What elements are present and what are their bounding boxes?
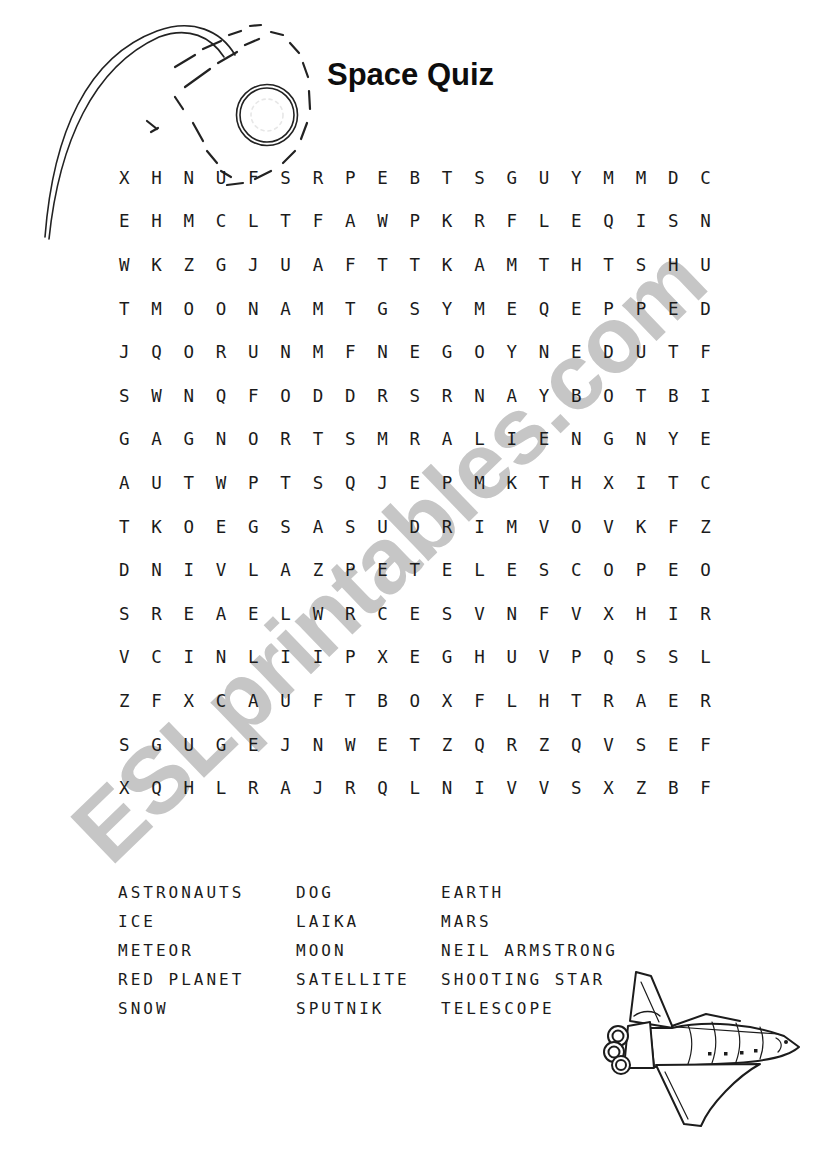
grid-cell: A — [625, 679, 657, 723]
grid-cell: E — [237, 723, 269, 767]
grid-cell: G — [173, 418, 205, 462]
grid-cell: O — [592, 548, 624, 592]
grid-cell: A — [302, 243, 334, 287]
grid-cell: F — [528, 592, 560, 636]
grid-cell: F — [496, 200, 528, 244]
grid-cell: F — [140, 679, 172, 723]
grid-cell: P — [334, 156, 366, 200]
grid-cell: V — [592, 723, 624, 767]
grid-cell: A — [140, 418, 172, 462]
grid-cell: N — [496, 592, 528, 636]
grid-cell: M — [625, 156, 657, 200]
grid-cell: L — [689, 636, 721, 680]
grid-cell: T — [528, 243, 560, 287]
grid-cell: U — [173, 723, 205, 767]
grid-cell: F — [689, 766, 721, 810]
grid-cell: K — [625, 505, 657, 549]
grid-cell: Y — [657, 418, 689, 462]
grid-cell: Z — [528, 723, 560, 767]
grid-cell: E — [496, 287, 528, 331]
grid-cell: P — [334, 548, 366, 592]
grid-cell: P — [334, 636, 366, 680]
grid-cell: O — [237, 418, 269, 462]
grid-cell: E — [366, 156, 398, 200]
grid-cell: J — [237, 243, 269, 287]
word-item: ASTRONAUTS — [118, 878, 244, 907]
grid-cell: R — [366, 374, 398, 418]
grid-cell: O — [560, 505, 592, 549]
grid-cell: A — [463, 243, 495, 287]
grid-cell: H — [173, 766, 205, 810]
grid-cell: X — [431, 679, 463, 723]
grid-cell: Q — [560, 723, 592, 767]
grid-cell: L — [269, 592, 301, 636]
grid-cell: O — [173, 287, 205, 331]
grid-cell: X — [108, 156, 140, 200]
grid-cell: U — [269, 243, 301, 287]
grid-cell: M — [592, 156, 624, 200]
grid-cell: T — [657, 461, 689, 505]
grid-cell: O — [269, 374, 301, 418]
grid-cell: C — [205, 200, 237, 244]
grid-cell: W — [108, 243, 140, 287]
grid-cell: N — [205, 418, 237, 462]
page-title: Space Quiz — [327, 57, 494, 93]
grid-cell: D — [657, 156, 689, 200]
grid-cell: D — [334, 374, 366, 418]
grid-cell: S — [334, 505, 366, 549]
grid-cell: Z — [431, 723, 463, 767]
grid-cell: T — [108, 287, 140, 331]
grid-cell: F — [689, 723, 721, 767]
grid-cell: Y — [496, 330, 528, 374]
word-item: MARS — [441, 907, 618, 936]
grid-cell: T — [366, 243, 398, 287]
grid-cell: G — [205, 243, 237, 287]
grid-cell: I — [625, 461, 657, 505]
grid-cell: A — [205, 592, 237, 636]
grid-cell: V — [560, 592, 592, 636]
grid-cell: T — [269, 200, 301, 244]
grid-cell: J — [302, 766, 334, 810]
word-list-column-2: DOGLAIKAMOONSATELLITESPUTNIK — [296, 878, 410, 1023]
grid-cell: P — [431, 461, 463, 505]
grid-cell: A — [269, 287, 301, 331]
grid-cell: R — [689, 592, 721, 636]
grid-cell: R — [463, 200, 495, 244]
grid-cell: H — [528, 679, 560, 723]
grid-cell: Q — [592, 200, 624, 244]
grid-cell: T — [528, 461, 560, 505]
grid-cell: O — [173, 330, 205, 374]
grid-cell: O — [689, 548, 721, 592]
grid-cell: S — [108, 723, 140, 767]
grid-cell: S — [528, 548, 560, 592]
grid-cell: G — [496, 156, 528, 200]
grid-cell: W — [366, 200, 398, 244]
grid-cell: G — [108, 418, 140, 462]
grid-cell: E — [560, 200, 592, 244]
grid-cell: R — [140, 592, 172, 636]
grid-cell: L — [237, 548, 269, 592]
grid-cell: R — [592, 679, 624, 723]
grid-cell: M — [496, 505, 528, 549]
grid-cell: X — [592, 592, 624, 636]
grid-cell: I — [689, 374, 721, 418]
grid-cell: S — [399, 374, 431, 418]
grid-cell: B — [399, 156, 431, 200]
grid-cell: A — [237, 679, 269, 723]
grid-cell: I — [173, 636, 205, 680]
grid-cell: O — [592, 374, 624, 418]
grid-cell: N — [366, 330, 398, 374]
word-item: SATELLITE — [296, 965, 410, 994]
grid-cell: G — [140, 723, 172, 767]
word-list-column-1: ASTRONAUTSICEMETEORRED PLANETSNOW — [118, 878, 244, 1023]
grid-cell: N — [689, 200, 721, 244]
grid-cell: E — [431, 548, 463, 592]
space-shuttle-icon — [588, 952, 810, 1144]
grid-cell: M — [463, 461, 495, 505]
grid-cell: S — [657, 636, 689, 680]
grid-cell: N — [302, 723, 334, 767]
grid-cell: C — [366, 592, 398, 636]
grid-cell: S — [269, 505, 301, 549]
grid-cell: X — [592, 766, 624, 810]
grid-cell: Q — [140, 330, 172, 374]
grid-cell: Z — [302, 548, 334, 592]
grid-cell: U — [625, 330, 657, 374]
grid-cell: T — [269, 461, 301, 505]
grid-cell: N — [140, 548, 172, 592]
grid-cell: G — [205, 723, 237, 767]
grid-cell: O — [205, 287, 237, 331]
grid-cell: S — [334, 418, 366, 462]
grid-cell: E — [657, 548, 689, 592]
grid-cell: L — [463, 548, 495, 592]
word-search-grid: XHNUFSRPEBTSGUYMMDCEHMCLTFAWPKRFLEQISNWK… — [108, 156, 722, 810]
grid-cell: Q — [205, 374, 237, 418]
grid-cell: S — [108, 374, 140, 418]
grid-cell: E — [108, 200, 140, 244]
grid-cell: N — [205, 636, 237, 680]
grid-cell: I — [463, 766, 495, 810]
word-item: MOON — [296, 936, 410, 965]
grid-cell: H — [140, 200, 172, 244]
grid-cell: Q — [140, 766, 172, 810]
grid-cell: U — [496, 636, 528, 680]
grid-cell: V — [528, 505, 560, 549]
grid-cell: Q — [366, 766, 398, 810]
word-item: DOG — [296, 878, 410, 907]
grid-cell: E — [560, 330, 592, 374]
grid-cell: M — [463, 287, 495, 331]
worksheet-page: ESLprintables.com — [0, 0, 821, 1169]
grid-cell: W — [140, 374, 172, 418]
grid-cell: T — [592, 243, 624, 287]
grid-cell: T — [334, 287, 366, 331]
grid-cell: D — [592, 330, 624, 374]
grid-cell: A — [431, 418, 463, 462]
grid-cell: Y — [560, 156, 592, 200]
grid-cell: L — [237, 200, 269, 244]
grid-cell: H — [463, 636, 495, 680]
grid-cell: F — [237, 374, 269, 418]
grid-cell: M — [302, 330, 334, 374]
grid-cell: S — [625, 723, 657, 767]
grid-cell: N — [560, 418, 592, 462]
grid-cell: Q — [528, 287, 560, 331]
grid-cell: I — [657, 592, 689, 636]
grid-cell: R — [431, 374, 463, 418]
grid-cell: F — [334, 243, 366, 287]
grid-cell: M — [140, 287, 172, 331]
grid-cell: N — [173, 156, 205, 200]
grid-cell: T — [399, 548, 431, 592]
grid-cell: S — [399, 287, 431, 331]
grid-cell: R — [399, 418, 431, 462]
grid-cell: T — [657, 330, 689, 374]
grid-cell: H — [560, 461, 592, 505]
grid-cell: N — [528, 330, 560, 374]
grid-cell: C — [689, 461, 721, 505]
grid-cell: K — [431, 243, 463, 287]
grid-cell: C — [140, 636, 172, 680]
grid-cell: T — [302, 418, 334, 462]
grid-cell: I — [173, 548, 205, 592]
grid-cell: A — [496, 374, 528, 418]
grid-cell: R — [237, 766, 269, 810]
grid-cell: L — [205, 766, 237, 810]
grid-cell: E — [399, 592, 431, 636]
grid-cell: G — [431, 636, 463, 680]
grid-cell: S — [463, 156, 495, 200]
grid-cell: W — [302, 592, 334, 636]
grid-cell: E — [399, 330, 431, 374]
grid-cell: O — [399, 679, 431, 723]
grid-cell: T — [399, 723, 431, 767]
grid-cell: P — [399, 200, 431, 244]
grid-cell: M — [496, 243, 528, 287]
grid-cell: O — [173, 505, 205, 549]
grid-cell: U — [269, 679, 301, 723]
grid-cell: M — [173, 200, 205, 244]
grid-cell: F — [689, 330, 721, 374]
grid-cell: N — [431, 766, 463, 810]
word-item: EARTH — [441, 878, 618, 907]
grid-cell: A — [108, 461, 140, 505]
grid-cell: I — [496, 418, 528, 462]
grid-cell: P — [625, 548, 657, 592]
grid-cell: H — [560, 243, 592, 287]
grid-cell: W — [334, 723, 366, 767]
grid-cell: G — [366, 287, 398, 331]
grid-cell: Q — [592, 636, 624, 680]
grid-cell: E — [689, 418, 721, 462]
grid-cell: J — [269, 723, 301, 767]
grid-cell: B — [560, 374, 592, 418]
grid-cell: S — [657, 200, 689, 244]
grid-cell: E — [366, 548, 398, 592]
grid-cell: A — [302, 505, 334, 549]
grid-cell: L — [463, 418, 495, 462]
grid-cell: D — [108, 548, 140, 592]
grid-cell: E — [205, 505, 237, 549]
grid-cell: V — [205, 548, 237, 592]
grid-cell: K — [140, 505, 172, 549]
grid-cell: V — [496, 766, 528, 810]
grid-cell: N — [269, 330, 301, 374]
grid-cell: I — [463, 505, 495, 549]
grid-cell: B — [657, 374, 689, 418]
grid-cell: F — [237, 156, 269, 200]
grid-cell: R — [431, 505, 463, 549]
grid-cell: G — [431, 330, 463, 374]
grid-cell: S — [108, 592, 140, 636]
grid-cell: C — [205, 679, 237, 723]
grid-cell: N — [237, 287, 269, 331]
grid-cell: A — [269, 766, 301, 810]
grid-cell: E — [496, 548, 528, 592]
grid-cell: V — [528, 636, 560, 680]
grid-cell: B — [366, 679, 398, 723]
grid-cell: A — [334, 200, 366, 244]
grid-cell: H — [625, 592, 657, 636]
grid-cell: F — [302, 679, 334, 723]
grid-cell: Y — [528, 374, 560, 418]
grid-cell: E — [173, 592, 205, 636]
grid-cell: P — [237, 461, 269, 505]
grid-cell: I — [625, 200, 657, 244]
grid-cell: S — [431, 592, 463, 636]
grid-cell: R — [302, 156, 334, 200]
grid-cell: T — [334, 679, 366, 723]
grid-cell: U — [140, 461, 172, 505]
grid-cell: Z — [173, 243, 205, 287]
grid-cell: F — [302, 200, 334, 244]
grid-cell: T — [560, 679, 592, 723]
grid-cell: L — [237, 636, 269, 680]
grid-cell: F — [463, 679, 495, 723]
grid-cell: S — [625, 243, 657, 287]
grid-cell: U — [689, 243, 721, 287]
grid-cell: N — [463, 374, 495, 418]
grid-cell: O — [463, 330, 495, 374]
grid-cell: V — [528, 766, 560, 810]
grid-cell: P — [625, 287, 657, 331]
grid-cell: J — [108, 330, 140, 374]
grid-cell: K — [496, 461, 528, 505]
grid-cell: V — [463, 592, 495, 636]
grid-cell: L — [399, 766, 431, 810]
grid-cell: Y — [431, 287, 463, 331]
grid-cell: R — [334, 592, 366, 636]
grid-cell: V — [592, 505, 624, 549]
grid-cell: X — [592, 461, 624, 505]
grid-cell: T — [108, 505, 140, 549]
grid-cell: H — [657, 243, 689, 287]
grid-cell: U — [528, 156, 560, 200]
grid-cell: S — [560, 766, 592, 810]
grid-cell: C — [560, 548, 592, 592]
grid-cell: L — [528, 200, 560, 244]
grid-cell: E — [237, 592, 269, 636]
grid-cell: G — [237, 505, 269, 549]
grid-cell: N — [173, 374, 205, 418]
grid-cell: D — [302, 374, 334, 418]
grid-cell: T — [399, 243, 431, 287]
grid-cell: E — [366, 723, 398, 767]
grid-cell: N — [625, 418, 657, 462]
word-item: METEOR — [118, 936, 244, 965]
grid-cell: E — [528, 418, 560, 462]
grid-cell: R — [205, 330, 237, 374]
grid-cell: Q — [334, 461, 366, 505]
grid-cell: E — [657, 679, 689, 723]
grid-cell: M — [366, 418, 398, 462]
grid-cell: U — [237, 330, 269, 374]
grid-cell: C — [689, 156, 721, 200]
grid-cell: U — [366, 505, 398, 549]
grid-cell: V — [108, 636, 140, 680]
word-item: ICE — [118, 907, 244, 936]
word-item: LAIKA — [296, 907, 410, 936]
grid-cell: P — [592, 287, 624, 331]
grid-cell: K — [431, 200, 463, 244]
grid-cell: W — [205, 461, 237, 505]
grid-cell: I — [302, 636, 334, 680]
grid-cell: Z — [625, 766, 657, 810]
grid-cell: E — [399, 461, 431, 505]
grid-cell: S — [625, 636, 657, 680]
grid-cell: R — [496, 723, 528, 767]
grid-cell: E — [657, 287, 689, 331]
grid-cell: Q — [463, 723, 495, 767]
grid-cell: P — [560, 636, 592, 680]
word-item: SPUTNIK — [296, 994, 410, 1023]
grid-cell: D — [689, 287, 721, 331]
grid-cell: S — [302, 461, 334, 505]
grid-cell: F — [657, 505, 689, 549]
grid-cell: E — [560, 287, 592, 331]
grid-cell: Z — [689, 505, 721, 549]
grid-cell: B — [657, 766, 689, 810]
grid-cell: D — [399, 505, 431, 549]
grid-cell: A — [269, 548, 301, 592]
grid-cell: J — [366, 461, 398, 505]
grid-cell: U — [205, 156, 237, 200]
word-item: RED PLANET — [118, 965, 244, 994]
grid-cell: F — [334, 330, 366, 374]
grid-cell: E — [399, 636, 431, 680]
grid-cell: H — [140, 156, 172, 200]
grid-cell: R — [269, 418, 301, 462]
grid-cell: L — [496, 679, 528, 723]
grid-cell: R — [334, 766, 366, 810]
grid-cell: R — [689, 679, 721, 723]
word-item: SNOW — [118, 994, 244, 1023]
grid-cell: T — [173, 461, 205, 505]
grid-cell: X — [173, 679, 205, 723]
grid-cell: Z — [108, 679, 140, 723]
grid-cell: G — [592, 418, 624, 462]
grid-cell: X — [366, 636, 398, 680]
grid-cell: T — [431, 156, 463, 200]
grid-cell: I — [269, 636, 301, 680]
grid-cell: E — [657, 723, 689, 767]
grid-cell: M — [302, 287, 334, 331]
grid-cell: X — [108, 766, 140, 810]
